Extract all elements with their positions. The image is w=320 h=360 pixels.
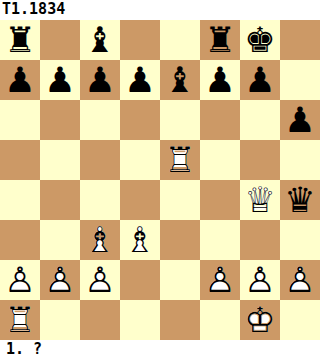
piece-white-pawn-fill: ♟ bbox=[280, 260, 320, 300]
piece-white-queen-fill: ♛ bbox=[240, 180, 280, 220]
square-a8[interactable]: ♜ bbox=[0, 20, 40, 60]
square-e5[interactable]: ♜♖ bbox=[160, 140, 200, 180]
piece-black-king: ♚ bbox=[240, 20, 280, 60]
piece-black-pawn: ♟ bbox=[80, 60, 120, 100]
square-d4[interactable] bbox=[120, 180, 160, 220]
piece-black-pawn: ♟ bbox=[0, 60, 40, 100]
puzzle-id: T1.1834 bbox=[0, 0, 320, 20]
square-d6[interactable] bbox=[120, 100, 160, 140]
square-e2[interactable] bbox=[160, 260, 200, 300]
square-h8[interactable] bbox=[280, 20, 320, 60]
piece-white-pawn-fill: ♟ bbox=[240, 260, 280, 300]
square-h6[interactable]: ♟ bbox=[280, 100, 320, 140]
piece-white-bishop-fill: ♝ bbox=[80, 220, 120, 260]
square-c4[interactable] bbox=[80, 180, 120, 220]
piece-black-rook: ♜ bbox=[0, 20, 40, 60]
piece-white-pawn: ♙ bbox=[0, 260, 40, 300]
square-f3[interactable] bbox=[200, 220, 240, 260]
square-f8[interactable]: ♜ bbox=[200, 20, 240, 60]
square-h2[interactable]: ♟♙ bbox=[280, 260, 320, 300]
square-c7[interactable]: ♟ bbox=[80, 60, 120, 100]
square-c6[interactable] bbox=[80, 100, 120, 140]
piece-white-pawn: ♙ bbox=[40, 260, 80, 300]
square-b6[interactable] bbox=[40, 100, 80, 140]
piece-black-pawn: ♟ bbox=[40, 60, 80, 100]
square-d3[interactable]: ♝♗ bbox=[120, 220, 160, 260]
piece-white-king-fill: ♚ bbox=[240, 300, 280, 340]
square-b5[interactable] bbox=[40, 140, 80, 180]
square-d8[interactable] bbox=[120, 20, 160, 60]
move-prompt: 1. ? bbox=[0, 340, 320, 360]
square-e3[interactable] bbox=[160, 220, 200, 260]
piece-black-rook: ♜ bbox=[200, 20, 240, 60]
square-h5[interactable] bbox=[280, 140, 320, 180]
square-a2[interactable]: ♟♙ bbox=[0, 260, 40, 300]
square-d5[interactable] bbox=[120, 140, 160, 180]
square-g7[interactable]: ♟ bbox=[240, 60, 280, 100]
square-a1[interactable]: ♜♖ bbox=[0, 300, 40, 340]
square-g6[interactable] bbox=[240, 100, 280, 140]
square-f7[interactable]: ♟ bbox=[200, 60, 240, 100]
piece-black-pawn: ♟ bbox=[200, 60, 240, 100]
piece-black-bishop: ♝ bbox=[160, 60, 200, 100]
piece-black-queen: ♛ bbox=[280, 180, 320, 220]
piece-black-bishop: ♝ bbox=[80, 20, 120, 60]
piece-black-pawn: ♟ bbox=[120, 60, 160, 100]
square-f6[interactable] bbox=[200, 100, 240, 140]
square-e8[interactable] bbox=[160, 20, 200, 60]
square-h4[interactable]: ♛ bbox=[280, 180, 320, 220]
square-c2[interactable]: ♟♙ bbox=[80, 260, 120, 300]
piece-white-rook: ♖ bbox=[160, 140, 200, 180]
square-g2[interactable]: ♟♙ bbox=[240, 260, 280, 300]
square-d7[interactable]: ♟ bbox=[120, 60, 160, 100]
square-b8[interactable] bbox=[40, 20, 80, 60]
square-e6[interactable] bbox=[160, 100, 200, 140]
square-e1[interactable] bbox=[160, 300, 200, 340]
square-f4[interactable] bbox=[200, 180, 240, 220]
square-a5[interactable] bbox=[0, 140, 40, 180]
square-h1[interactable] bbox=[280, 300, 320, 340]
piece-white-pawn-fill: ♟ bbox=[40, 260, 80, 300]
piece-white-bishop-fill: ♝ bbox=[120, 220, 160, 260]
square-g3[interactable] bbox=[240, 220, 280, 260]
square-f5[interactable] bbox=[200, 140, 240, 180]
piece-white-pawn-fill: ♟ bbox=[80, 260, 120, 300]
square-f2[interactable]: ♟♙ bbox=[200, 260, 240, 300]
square-h7[interactable] bbox=[280, 60, 320, 100]
piece-white-bishop: ♗ bbox=[80, 220, 120, 260]
piece-white-pawn: ♙ bbox=[280, 260, 320, 300]
square-a3[interactable] bbox=[0, 220, 40, 260]
square-c3[interactable]: ♝♗ bbox=[80, 220, 120, 260]
piece-white-rook: ♖ bbox=[0, 300, 40, 340]
square-b2[interactable]: ♟♙ bbox=[40, 260, 80, 300]
piece-white-pawn-fill: ♟ bbox=[200, 260, 240, 300]
square-h3[interactable] bbox=[280, 220, 320, 260]
square-c5[interactable] bbox=[80, 140, 120, 180]
square-c8[interactable]: ♝ bbox=[80, 20, 120, 60]
piece-black-pawn: ♟ bbox=[240, 60, 280, 100]
piece-white-pawn: ♙ bbox=[240, 260, 280, 300]
square-b7[interactable]: ♟ bbox=[40, 60, 80, 100]
square-e4[interactable] bbox=[160, 180, 200, 220]
piece-white-pawn: ♙ bbox=[200, 260, 240, 300]
piece-white-pawn-fill: ♟ bbox=[0, 260, 40, 300]
square-b1[interactable] bbox=[40, 300, 80, 340]
piece-white-king: ♔ bbox=[240, 300, 280, 340]
square-a4[interactable] bbox=[0, 180, 40, 220]
square-f1[interactable] bbox=[200, 300, 240, 340]
square-b3[interactable] bbox=[40, 220, 80, 260]
chess-board: ♜♝♜♚♟♟♟♟♝♟♟♟♜♖♛♕♛♝♗♝♗♟♙♟♙♟♙♟♙♟♙♟♙♜♖♚♔ bbox=[0, 20, 320, 340]
piece-black-pawn: ♟ bbox=[280, 100, 320, 140]
square-g1[interactable]: ♚♔ bbox=[240, 300, 280, 340]
square-g5[interactable] bbox=[240, 140, 280, 180]
square-g4[interactable]: ♛♕ bbox=[240, 180, 280, 220]
square-d2[interactable] bbox=[120, 260, 160, 300]
piece-white-pawn: ♙ bbox=[80, 260, 120, 300]
square-g8[interactable]: ♚ bbox=[240, 20, 280, 60]
piece-white-rook-fill: ♜ bbox=[0, 300, 40, 340]
piece-white-bishop: ♗ bbox=[120, 220, 160, 260]
piece-white-queen: ♕ bbox=[240, 180, 280, 220]
square-a6[interactable] bbox=[0, 100, 40, 140]
square-c1[interactable] bbox=[80, 300, 120, 340]
square-d1[interactable] bbox=[120, 300, 160, 340]
square-a7[interactable]: ♟ bbox=[0, 60, 40, 100]
square-e7[interactable]: ♝ bbox=[160, 60, 200, 100]
piece-white-rook-fill: ♜ bbox=[160, 140, 200, 180]
square-b4[interactable] bbox=[40, 180, 80, 220]
